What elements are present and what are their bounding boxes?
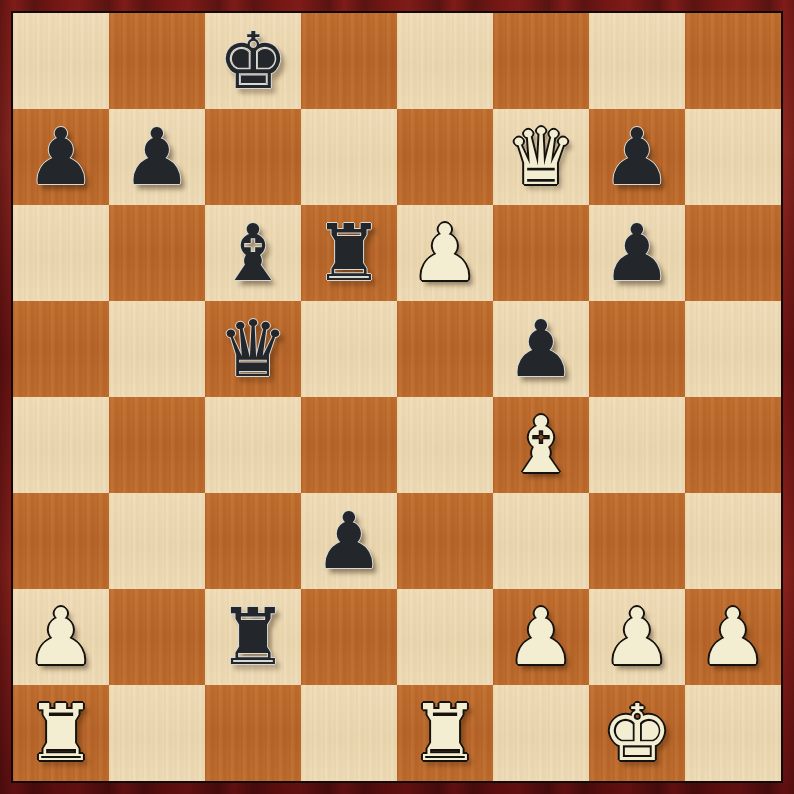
black-pawn[interactable]: ♟ xyxy=(602,205,672,301)
white-pawn[interactable]: ♟ xyxy=(506,589,576,685)
square-a8[interactable] xyxy=(13,13,109,109)
square-f3[interactable] xyxy=(493,493,589,589)
square-g6[interactable]: ♟ xyxy=(589,205,685,301)
white-pawn[interactable]: ♟ xyxy=(602,589,672,685)
square-e3[interactable] xyxy=(397,493,493,589)
black-pawn[interactable]: ♟ xyxy=(26,109,96,205)
black-king[interactable]: ♚ xyxy=(218,13,288,109)
square-e8[interactable] xyxy=(397,13,493,109)
square-f7[interactable]: ♛ xyxy=(493,109,589,205)
square-e4[interactable] xyxy=(397,397,493,493)
square-e2[interactable] xyxy=(397,589,493,685)
square-h5[interactable] xyxy=(685,301,781,397)
square-c1[interactable] xyxy=(205,685,301,781)
square-g3[interactable] xyxy=(589,493,685,589)
square-g1[interactable]: ♚ xyxy=(589,685,685,781)
square-d1[interactable] xyxy=(301,685,397,781)
square-f4[interactable]: ♝ xyxy=(493,397,589,493)
square-b8[interactable] xyxy=(109,13,205,109)
square-e1[interactable]: ♜ xyxy=(397,685,493,781)
square-a3[interactable] xyxy=(13,493,109,589)
square-b1[interactable] xyxy=(109,685,205,781)
chess-board: ♚♟♟♛♟♝♜♟♟♛♟♝♟♟♜♟♟♟♜♜♚ xyxy=(11,11,783,783)
black-rook[interactable]: ♜ xyxy=(218,589,288,685)
square-d3[interactable]: ♟ xyxy=(301,493,397,589)
square-a4[interactable] xyxy=(13,397,109,493)
square-c8[interactable]: ♚ xyxy=(205,13,301,109)
white-rook[interactable]: ♜ xyxy=(410,685,480,781)
square-b5[interactable] xyxy=(109,301,205,397)
square-d2[interactable] xyxy=(301,589,397,685)
white-pawn[interactable]: ♟ xyxy=(698,589,768,685)
square-f1[interactable] xyxy=(493,685,589,781)
square-g4[interactable] xyxy=(589,397,685,493)
square-d6[interactable]: ♜ xyxy=(301,205,397,301)
square-h3[interactable] xyxy=(685,493,781,589)
black-bishop[interactable]: ♝ xyxy=(218,205,288,301)
white-rook[interactable]: ♜ xyxy=(26,685,96,781)
square-f2[interactable]: ♟ xyxy=(493,589,589,685)
square-g7[interactable]: ♟ xyxy=(589,109,685,205)
white-pawn[interactable]: ♟ xyxy=(410,205,480,301)
square-b6[interactable] xyxy=(109,205,205,301)
square-d7[interactable] xyxy=(301,109,397,205)
square-f8[interactable] xyxy=(493,13,589,109)
black-rook[interactable]: ♜ xyxy=(314,205,384,301)
square-e5[interactable] xyxy=(397,301,493,397)
square-c3[interactable] xyxy=(205,493,301,589)
black-queen[interactable]: ♛ xyxy=(218,301,288,397)
square-b2[interactable] xyxy=(109,589,205,685)
square-b4[interactable] xyxy=(109,397,205,493)
square-c7[interactable] xyxy=(205,109,301,205)
white-king[interactable]: ♚ xyxy=(602,685,672,781)
square-b7[interactable]: ♟ xyxy=(109,109,205,205)
square-c5[interactable]: ♛ xyxy=(205,301,301,397)
square-d4[interactable] xyxy=(301,397,397,493)
square-h8[interactable] xyxy=(685,13,781,109)
square-h2[interactable]: ♟ xyxy=(685,589,781,685)
square-a5[interactable] xyxy=(13,301,109,397)
white-queen[interactable]: ♛ xyxy=(506,109,576,205)
square-c6[interactable]: ♝ xyxy=(205,205,301,301)
square-h1[interactable] xyxy=(685,685,781,781)
square-g8[interactable] xyxy=(589,13,685,109)
square-a7[interactable]: ♟ xyxy=(13,109,109,205)
black-pawn[interactable]: ♟ xyxy=(314,493,384,589)
square-h6[interactable] xyxy=(685,205,781,301)
square-a1[interactable]: ♜ xyxy=(13,685,109,781)
square-c4[interactable] xyxy=(205,397,301,493)
black-pawn[interactable]: ♟ xyxy=(602,109,672,205)
square-f5[interactable]: ♟ xyxy=(493,301,589,397)
square-c2[interactable]: ♜ xyxy=(205,589,301,685)
white-pawn[interactable]: ♟ xyxy=(26,589,96,685)
square-g5[interactable] xyxy=(589,301,685,397)
black-pawn[interactable]: ♟ xyxy=(122,109,192,205)
square-d8[interactable] xyxy=(301,13,397,109)
white-bishop[interactable]: ♝ xyxy=(506,397,576,493)
black-pawn[interactable]: ♟ xyxy=(506,301,576,397)
square-a2[interactable]: ♟ xyxy=(13,589,109,685)
board-frame: ♚♟♟♛♟♝♜♟♟♛♟♝♟♟♜♟♟♟♜♜♚ xyxy=(0,0,794,794)
square-b3[interactable] xyxy=(109,493,205,589)
square-g2[interactable]: ♟ xyxy=(589,589,685,685)
square-a6[interactable] xyxy=(13,205,109,301)
square-e6[interactable]: ♟ xyxy=(397,205,493,301)
square-h4[interactable] xyxy=(685,397,781,493)
square-e7[interactable] xyxy=(397,109,493,205)
square-f6[interactable] xyxy=(493,205,589,301)
square-h7[interactable] xyxy=(685,109,781,205)
square-d5[interactable] xyxy=(301,301,397,397)
